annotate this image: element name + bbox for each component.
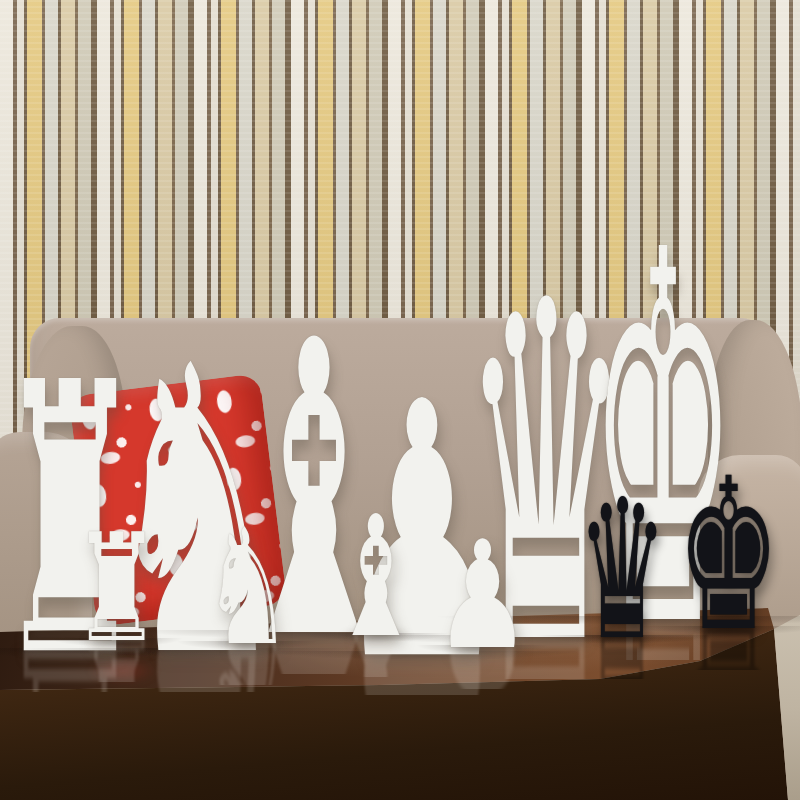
scene: ♜♜♞♞♝♝♟♟♛♛♚♚♜♜♞♞♝♝♟♟♛♛♚♚ [0, 0, 800, 800]
pillow-reflection [88, 658, 158, 684]
red-floral-pillow [69, 373, 288, 627]
